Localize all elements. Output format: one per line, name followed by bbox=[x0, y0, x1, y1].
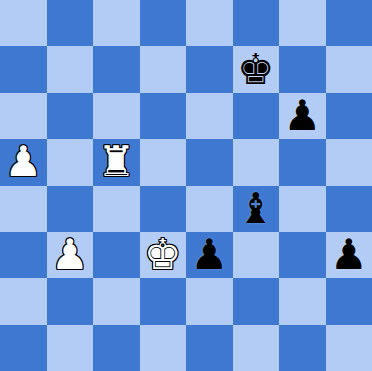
chess-board: ♚♟♟♜♝♟♚♟♟ bbox=[0, 0, 372, 371]
square-e1[interactable] bbox=[186, 325, 233, 371]
square-h8[interactable] bbox=[326, 0, 372, 46]
black-pawn[interactable]: ♟ bbox=[279, 93, 326, 139]
square-d5[interactable] bbox=[140, 139, 187, 185]
square-b1[interactable] bbox=[47, 325, 94, 371]
square-g6[interactable]: ♟ bbox=[279, 93, 326, 139]
square-a2[interactable] bbox=[0, 278, 47, 324]
square-e4[interactable] bbox=[186, 186, 233, 232]
square-h2[interactable] bbox=[326, 278, 372, 324]
square-d4[interactable] bbox=[140, 186, 187, 232]
square-a1[interactable] bbox=[0, 325, 47, 371]
square-a4[interactable] bbox=[0, 186, 47, 232]
square-b3[interactable]: ♟ bbox=[47, 232, 94, 278]
square-c5[interactable]: ♜ bbox=[93, 139, 140, 185]
square-c2[interactable] bbox=[93, 278, 140, 324]
black-bishop[interactable]: ♝ bbox=[233, 186, 280, 232]
square-a3[interactable] bbox=[0, 232, 47, 278]
square-d6[interactable] bbox=[140, 93, 187, 139]
square-g3[interactable] bbox=[279, 232, 326, 278]
square-c7[interactable] bbox=[93, 46, 140, 92]
square-h5[interactable] bbox=[326, 139, 372, 185]
square-g2[interactable] bbox=[279, 278, 326, 324]
square-e8[interactable] bbox=[186, 0, 233, 46]
white-pawn[interactable]: ♟ bbox=[47, 232, 94, 278]
square-f6[interactable] bbox=[233, 93, 280, 139]
square-a6[interactable] bbox=[0, 93, 47, 139]
square-d8[interactable] bbox=[140, 0, 187, 46]
square-c4[interactable] bbox=[93, 186, 140, 232]
square-g5[interactable] bbox=[279, 139, 326, 185]
square-d2[interactable] bbox=[140, 278, 187, 324]
white-king[interactable]: ♚ bbox=[140, 232, 187, 278]
square-d3[interactable]: ♚ bbox=[140, 232, 187, 278]
square-h4[interactable] bbox=[326, 186, 372, 232]
square-a8[interactable] bbox=[0, 0, 47, 46]
square-f8[interactable] bbox=[233, 0, 280, 46]
square-e3[interactable]: ♟ bbox=[186, 232, 233, 278]
square-b8[interactable] bbox=[47, 0, 94, 46]
square-h3[interactable]: ♟ bbox=[326, 232, 372, 278]
square-b5[interactable] bbox=[47, 139, 94, 185]
square-c6[interactable] bbox=[93, 93, 140, 139]
square-g1[interactable] bbox=[279, 325, 326, 371]
square-g8[interactable] bbox=[279, 0, 326, 46]
black-king[interactable]: ♚ bbox=[233, 46, 280, 92]
square-a7[interactable] bbox=[0, 46, 47, 92]
square-h7[interactable] bbox=[326, 46, 372, 92]
square-b6[interactable] bbox=[47, 93, 94, 139]
square-c3[interactable] bbox=[93, 232, 140, 278]
square-b7[interactable] bbox=[47, 46, 94, 92]
square-a5[interactable]: ♟ bbox=[0, 139, 47, 185]
square-g4[interactable] bbox=[279, 186, 326, 232]
black-pawn[interactable]: ♟ bbox=[186, 232, 233, 278]
square-f7[interactable]: ♚ bbox=[233, 46, 280, 92]
square-c8[interactable] bbox=[93, 0, 140, 46]
square-f1[interactable] bbox=[233, 325, 280, 371]
square-h1[interactable] bbox=[326, 325, 372, 371]
square-d7[interactable] bbox=[140, 46, 187, 92]
square-f3[interactable] bbox=[233, 232, 280, 278]
square-e5[interactable] bbox=[186, 139, 233, 185]
square-c1[interactable] bbox=[93, 325, 140, 371]
square-f2[interactable] bbox=[233, 278, 280, 324]
square-d1[interactable] bbox=[140, 325, 187, 371]
square-e2[interactable] bbox=[186, 278, 233, 324]
square-f4[interactable]: ♝ bbox=[233, 186, 280, 232]
black-pawn[interactable]: ♟ bbox=[326, 232, 372, 278]
square-f5[interactable] bbox=[233, 139, 280, 185]
square-g7[interactable] bbox=[279, 46, 326, 92]
white-rook[interactable]: ♜ bbox=[93, 139, 140, 185]
square-b4[interactable] bbox=[47, 186, 94, 232]
white-pawn[interactable]: ♟ bbox=[0, 139, 47, 185]
square-b2[interactable] bbox=[47, 278, 94, 324]
square-e6[interactable] bbox=[186, 93, 233, 139]
square-h6[interactable] bbox=[326, 93, 372, 139]
square-e7[interactable] bbox=[186, 46, 233, 92]
